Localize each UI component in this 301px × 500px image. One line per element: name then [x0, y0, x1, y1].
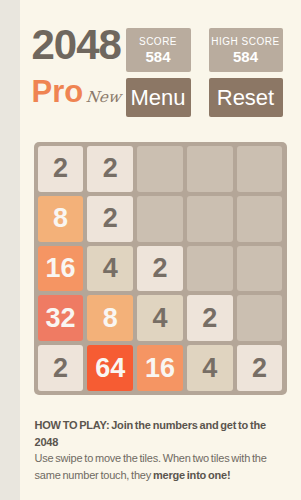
tile-16: 16 — [137, 345, 183, 391]
empty-cell — [137, 196, 183, 242]
tile-2: 2 — [87, 196, 133, 242]
tile-4: 4 — [87, 246, 133, 292]
reset-button[interactable]: Reset — [209, 78, 283, 117]
empty-cell — [187, 196, 233, 242]
high-score-label: HIGH SCORE — [211, 35, 279, 48]
empty-cell — [237, 295, 283, 341]
tile-16: 16 — [38, 246, 84, 292]
tile-2: 2 — [87, 146, 133, 192]
tile-8: 8 — [38, 196, 84, 242]
app-title: 2048 — [32, 24, 121, 66]
score-box: SCORE 584 — [126, 28, 191, 72]
empty-cell — [137, 146, 183, 192]
pro-label: Pro — [32, 76, 84, 107]
menu-button[interactable]: Menu — [126, 78, 191, 117]
app-window: 2048 Pro New SCORE 584 HIGH SCORE 584 Me… — [20, 0, 301, 500]
how-to-play-heading: HOW TO PLAY: Join the numbers and get to… — [35, 419, 266, 448]
high-score-box: HIGH SCORE 584 — [209, 28, 283, 72]
score-value: 584 — [145, 48, 170, 66]
empty-cell — [187, 246, 233, 292]
tile-64: 64 — [87, 345, 133, 391]
empty-cell — [237, 246, 283, 292]
tile-4: 4 — [137, 295, 183, 341]
how-to-play-body-bold: merge into one! — [153, 469, 231, 481]
tile-4: 4 — [187, 345, 233, 391]
score-label: SCORE — [139, 35, 177, 48]
tile-2: 2 — [187, 295, 233, 341]
empty-cell — [237, 196, 283, 242]
tile-8: 8 — [87, 295, 133, 341]
empty-cell — [187, 146, 233, 192]
tile-2: 2 — [137, 246, 183, 292]
tile-2: 2 — [38, 345, 84, 391]
board[interactable]: 22821642328422641642 — [34, 142, 287, 395]
tile-2: 2 — [237, 345, 283, 391]
tile-2: 2 — [38, 146, 84, 192]
how-to-play: HOW TO PLAY: Join the numbers and get to… — [35, 417, 289, 483]
empty-cell — [237, 146, 283, 192]
high-score-value: 584 — [233, 48, 258, 66]
new-badge: New — [85, 88, 122, 106]
tile-32: 32 — [38, 295, 84, 341]
how-to-play-body: Use swipe to move the tiles. When two ti… — [35, 452, 267, 481]
app-subtitle: Pro New — [32, 76, 122, 107]
